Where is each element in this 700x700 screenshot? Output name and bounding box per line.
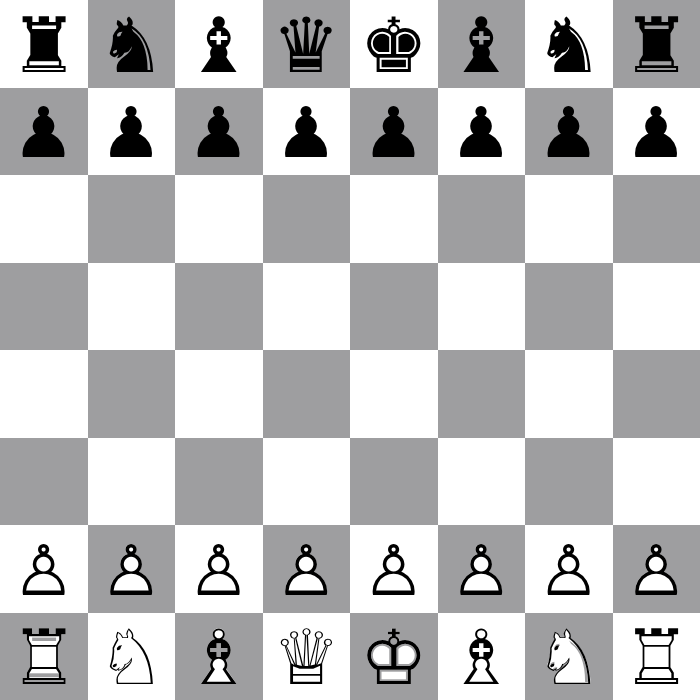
piece-black-pawn: ♟: [525, 88, 613, 176]
square-c7[interactable]: ♟: [175, 88, 263, 176]
piece-black-bishop: ♝: [175, 0, 263, 88]
black-pawn-icon: ♟: [175, 90, 263, 176]
square-b2[interactable]: ♟♙: [88, 525, 176, 613]
white-bishop-icon: ♗: [438, 615, 526, 700]
black-pawn-icon: ♟: [88, 90, 176, 176]
square-e1[interactable]: ♚♔: [350, 613, 438, 700]
piece-black-pawn: ♟: [613, 88, 700, 176]
square-b8[interactable]: ♞: [88, 0, 176, 88]
white-bishop-icon: ♗: [175, 615, 263, 700]
white-pawn-fill: ♟: [613, 527, 700, 613]
square-g7[interactable]: ♟: [525, 88, 613, 176]
square-b3[interactable]: [88, 438, 176, 526]
white-knight-fill: ♞: [88, 615, 176, 700]
white-rook-icon: ♖: [0, 615, 88, 700]
square-h6[interactable]: [613, 175, 700, 263]
white-rook-fill: ♜: [0, 615, 88, 700]
square-e4[interactable]: [350, 350, 438, 438]
black-pawn-icon: ♟: [0, 90, 88, 176]
square-e2[interactable]: ♟♙: [350, 525, 438, 613]
black-knight-icon: ♞: [525, 2, 613, 88]
white-pawn-icon: ♙: [0, 527, 88, 613]
white-pawn-fill: ♟: [88, 527, 176, 613]
square-b5[interactable]: [88, 263, 176, 351]
white-pawn-fill: ♟: [175, 527, 263, 613]
square-d7[interactable]: ♟: [263, 88, 351, 176]
square-a7[interactable]: ♟: [0, 88, 88, 176]
square-c8[interactable]: ♝: [175, 0, 263, 88]
square-h2[interactable]: ♟♙: [613, 525, 700, 613]
piece-black-pawn: ♟: [438, 88, 526, 176]
square-b1[interactable]: ♞♘: [88, 613, 176, 700]
piece-black-rook: ♜: [613, 0, 700, 88]
square-h4[interactable]: [613, 350, 700, 438]
black-pawn-icon: ♟: [438, 90, 526, 176]
piece-black-knight: ♞: [88, 0, 176, 88]
square-a3[interactable]: [0, 438, 88, 526]
black-pawn-icon: ♟: [613, 90, 700, 176]
black-queen-icon: ♛: [263, 2, 351, 88]
square-c3[interactable]: [175, 438, 263, 526]
square-g6[interactable]: [525, 175, 613, 263]
black-pawn-icon: ♟: [263, 90, 351, 176]
piece-black-pawn: ♟: [263, 88, 351, 176]
piece-white-queen: ♛♕: [263, 613, 351, 700]
piece-black-king: ♚: [350, 0, 438, 88]
square-g2[interactable]: ♟♙: [525, 525, 613, 613]
square-d6[interactable]: [263, 175, 351, 263]
piece-white-bishop: ♝♗: [175, 613, 263, 700]
white-rook-icon: ♖: [613, 615, 700, 700]
square-g4[interactable]: [525, 350, 613, 438]
black-bishop-icon: ♝: [175, 2, 263, 88]
square-f3[interactable]: [438, 438, 526, 526]
piece-white-knight: ♞♘: [88, 613, 176, 700]
square-c2[interactable]: ♟♙: [175, 525, 263, 613]
white-pawn-icon: ♙: [438, 527, 526, 613]
square-e3[interactable]: [350, 438, 438, 526]
square-a8[interactable]: ♜: [0, 0, 88, 88]
white-pawn-icon: ♙: [525, 527, 613, 613]
square-c6[interactable]: [175, 175, 263, 263]
white-king-fill: ♚: [350, 615, 438, 700]
square-f5[interactable]: [438, 263, 526, 351]
black-king-icon: ♚: [350, 2, 438, 88]
square-h7[interactable]: ♟: [613, 88, 700, 176]
white-pawn-fill: ♟: [525, 527, 613, 613]
square-d4[interactable]: [263, 350, 351, 438]
square-b7[interactable]: ♟: [88, 88, 176, 176]
square-a2[interactable]: ♟♙: [0, 525, 88, 613]
square-b4[interactable]: [88, 350, 176, 438]
piece-white-pawn: ♟♙: [525, 525, 613, 613]
white-pawn-icon: ♙: [88, 527, 176, 613]
square-h3[interactable]: [613, 438, 700, 526]
square-e7[interactable]: ♟: [350, 88, 438, 176]
piece-white-pawn: ♟♙: [350, 525, 438, 613]
square-h1[interactable]: ♜♖: [613, 613, 700, 700]
square-g1[interactable]: ♞♘: [525, 613, 613, 700]
square-f6[interactable]: [438, 175, 526, 263]
black-knight-icon: ♞: [88, 2, 176, 88]
square-d2[interactable]: ♟♙: [263, 525, 351, 613]
black-rook-icon: ♜: [0, 2, 88, 88]
square-a1[interactable]: ♜♖: [0, 613, 88, 700]
piece-black-rook: ♜: [0, 0, 88, 88]
white-knight-fill: ♞: [525, 615, 613, 700]
piece-white-bishop: ♝♗: [438, 613, 526, 700]
square-f4[interactable]: [438, 350, 526, 438]
piece-black-pawn: ♟: [88, 88, 176, 176]
black-pawn-icon: ♟: [525, 90, 613, 176]
square-c1[interactable]: ♝♗: [175, 613, 263, 700]
white-pawn-icon: ♙: [613, 527, 700, 613]
square-g8[interactable]: ♞: [525, 0, 613, 88]
white-knight-icon: ♘: [525, 615, 613, 700]
piece-black-pawn: ♟: [175, 88, 263, 176]
white-queen-icon: ♕: [263, 615, 351, 700]
piece-black-bishop: ♝: [438, 0, 526, 88]
piece-white-rook: ♜♖: [0, 613, 88, 700]
white-pawn-fill: ♟: [0, 527, 88, 613]
piece-black-pawn: ♟: [350, 88, 438, 176]
chess-board: ♜♞♝♛♚♝♞♜♟♟♟♟♟♟♟♟♟♙♟♙♟♙♟♙♟♙♟♙♟♙♟♙♜♖♞♘♝♗♛♕…: [0, 0, 700, 700]
white-pawn-icon: ♙: [350, 527, 438, 613]
piece-white-pawn: ♟♙: [438, 525, 526, 613]
square-b6[interactable]: [88, 175, 176, 263]
piece-white-pawn: ♟♙: [613, 525, 700, 613]
piece-black-knight: ♞: [525, 0, 613, 88]
square-h8[interactable]: ♜: [613, 0, 700, 88]
piece-white-king: ♚♔: [350, 613, 438, 700]
piece-white-pawn: ♟♙: [263, 525, 351, 613]
square-c5[interactable]: [175, 263, 263, 351]
piece-white-pawn: ♟♙: [175, 525, 263, 613]
black-bishop-icon: ♝: [438, 2, 526, 88]
white-pawn-icon: ♙: [263, 527, 351, 613]
square-f7[interactable]: ♟: [438, 88, 526, 176]
square-a4[interactable]: [0, 350, 88, 438]
white-rook-fill: ♜: [613, 615, 700, 700]
square-d3[interactable]: [263, 438, 351, 526]
square-f2[interactable]: ♟♙: [438, 525, 526, 613]
square-h5[interactable]: [613, 263, 700, 351]
white-bishop-fill: ♝: [438, 615, 526, 700]
square-e6[interactable]: [350, 175, 438, 263]
square-e5[interactable]: [350, 263, 438, 351]
square-e8[interactable]: ♚: [350, 0, 438, 88]
white-queen-fill: ♛: [263, 615, 351, 700]
square-g3[interactable]: [525, 438, 613, 526]
piece-white-pawn: ♟♙: [0, 525, 88, 613]
square-g5[interactable]: [525, 263, 613, 351]
piece-white-knight: ♞♘: [525, 613, 613, 700]
white-pawn-fill: ♟: [438, 527, 526, 613]
square-d1[interactable]: ♛♕: [263, 613, 351, 700]
square-a6[interactable]: [0, 175, 88, 263]
square-f1[interactable]: ♝♗: [438, 613, 526, 700]
square-f8[interactable]: ♝: [438, 0, 526, 88]
square-d8[interactable]: ♛: [263, 0, 351, 88]
piece-black-pawn: ♟: [0, 88, 88, 176]
white-knight-icon: ♘: [88, 615, 176, 700]
square-c4[interactable]: [175, 350, 263, 438]
black-pawn-icon: ♟: [350, 90, 438, 176]
piece-white-pawn: ♟♙: [88, 525, 176, 613]
white-bishop-fill: ♝: [175, 615, 263, 700]
white-king-icon: ♔: [350, 615, 438, 700]
black-rook-icon: ♜: [613, 2, 700, 88]
piece-black-queen: ♛: [263, 0, 351, 88]
white-pawn-icon: ♙: [175, 527, 263, 613]
square-d5[interactable]: [263, 263, 351, 351]
white-pawn-fill: ♟: [263, 527, 351, 613]
square-a5[interactable]: [0, 263, 88, 351]
piece-white-rook: ♜♖: [613, 613, 700, 700]
white-pawn-fill: ♟: [350, 527, 438, 613]
